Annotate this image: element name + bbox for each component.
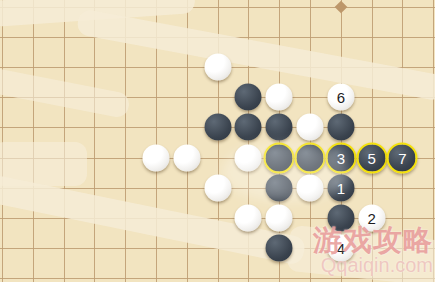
white-haze-smudge [222, 142, 350, 202]
stone-black[interactable] [327, 114, 354, 141]
move-number: 7 [398, 150, 406, 165]
watermark-url: Qqaiqin.com [313, 255, 433, 276]
stone-white[interactable] [266, 204, 293, 231]
move-number: 6 [337, 90, 345, 105]
stone-white[interactable] [173, 144, 200, 171]
stone-white[interactable] [266, 84, 293, 111]
move-number: 5 [367, 150, 375, 165]
stone-black[interactable] [235, 114, 262, 141]
stone-white[interactable] [143, 144, 170, 171]
stone-white[interactable] [235, 204, 262, 231]
stone-black-move-7[interactable]: 7 [387, 142, 418, 173]
stone-black[interactable] [235, 84, 262, 111]
stone-black[interactable] [266, 235, 293, 262]
stone-black[interactable] [204, 114, 231, 141]
watermark: 游戏攻略 Qqaiqin.com [313, 225, 433, 276]
gomoku-board[interactable]: 6357124 游戏攻略 Qqaiqin.com [0, 0, 435, 282]
stone-black[interactable] [266, 114, 293, 141]
watermark-title: 游戏攻略 [313, 225, 433, 255]
stone-white-move-6[interactable]: 6 [327, 84, 354, 111]
stone-white[interactable] [204, 53, 231, 80]
stone-black-move-5[interactable]: 5 [356, 142, 387, 173]
stone-white[interactable] [297, 114, 324, 141]
